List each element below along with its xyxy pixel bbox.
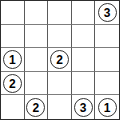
cell-r4c1: 2 — [1, 72, 25, 96]
clue-number: 1 — [9, 54, 16, 66]
cell-r1c2[interactable] — [25, 1, 49, 25]
cell-r4c5[interactable] — [95, 72, 119, 96]
clue-number: 1 — [104, 102, 111, 114]
clue-circle: 2 — [50, 50, 69, 69]
cell-r3c4[interactable] — [72, 48, 96, 72]
cell-r1c3[interactable] — [48, 1, 72, 25]
cell-r2c4[interactable] — [72, 25, 96, 49]
cell-r4c4[interactable] — [72, 72, 96, 96]
cell-r5c2: 2 — [25, 95, 49, 119]
cell-r1c1[interactable] — [1, 1, 25, 25]
cell-r3c5[interactable] — [95, 48, 119, 72]
cell-r4c2[interactable] — [25, 72, 49, 96]
cell-r2c5[interactable] — [95, 25, 119, 49]
clue-circle: 1 — [3, 50, 22, 69]
cell-r5c4: 3 — [72, 95, 96, 119]
cell-r5c5: 1 — [95, 95, 119, 119]
clue-circle: 3 — [98, 3, 117, 22]
puzzle-board: 3122231 — [0, 0, 120, 120]
clue-number: 2 — [9, 78, 16, 90]
cell-r2c1[interactable] — [1, 25, 25, 49]
cell-r3c3: 2 — [48, 48, 72, 72]
cell-r5c3[interactable] — [48, 95, 72, 119]
cell-r2c3[interactable] — [48, 25, 72, 49]
cell-r1c4[interactable] — [72, 1, 96, 25]
cell-r3c2[interactable] — [25, 48, 49, 72]
clue-number: 2 — [33, 102, 40, 114]
cell-r1c5: 3 — [95, 1, 119, 25]
cell-r3c1: 1 — [1, 48, 25, 72]
clue-circle: 2 — [3, 74, 22, 93]
clue-circle: 1 — [98, 98, 117, 117]
cell-r2c2[interactable] — [25, 25, 49, 49]
clue-circle: 2 — [26, 98, 45, 117]
clue-circle: 3 — [74, 98, 93, 117]
cell-r5c1[interactable] — [1, 95, 25, 119]
clue-number: 2 — [56, 54, 63, 66]
clue-number: 3 — [104, 7, 111, 19]
clue-number: 3 — [80, 102, 87, 114]
cell-r4c3[interactable] — [48, 72, 72, 96]
